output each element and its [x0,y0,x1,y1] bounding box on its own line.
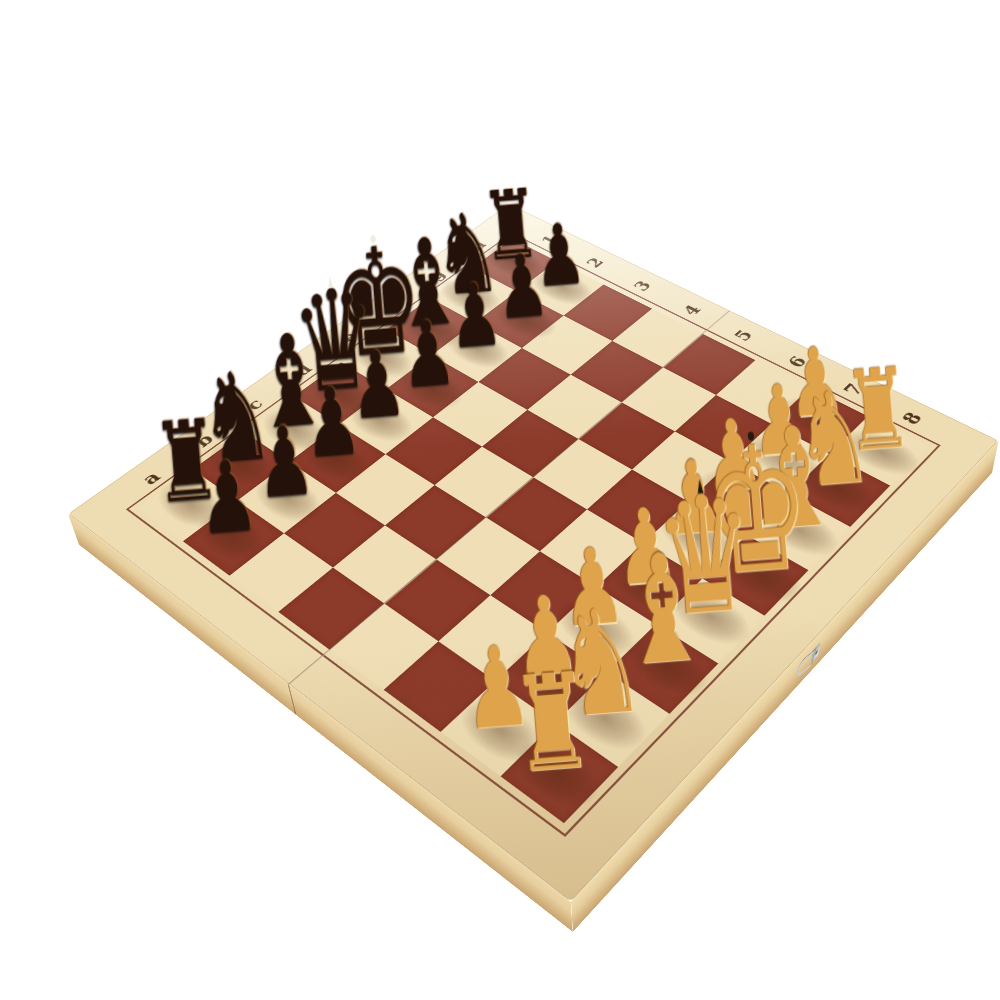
square-b4 [333,525,436,603]
camera-roll: 12345678abcdefgh ♜♟♟♜♞♟♟♞♝♟♟♝♚♟♟♚♛♟♟♛♝♟♟… [0,0,1000,1000]
perspective-scene: 12345678abcdefgh ♜♟♟♜♞♟♟♞♝♟♟♝♚♟♟♚♛♟♟♛♝♟♟… [0,0,1000,1000]
king-ball-finial [370,235,376,243]
chess-set-photo: 12345678abcdefgh ♜♟♟♜♞♟♟♞♝♟♟♝♚♟♟♚♛♟♟♛♝♟♟… [0,0,1000,1000]
board-surface: 12345678abcdefgh [68,204,999,902]
square-a4 [278,568,384,650]
rank-label-5: 5 [729,327,755,343]
queen-tip-finial [696,478,704,493]
queen-tip-finial [327,275,334,288]
square-a5 [330,604,439,690]
king-ball-finial [747,431,754,440]
square-b3 [284,493,385,568]
rank-label-4: 4 [678,302,703,317]
chess-board: 12345678abcdefgh ♜♟♟♜♞♟♟♞♝♟♟♝♚♟♟♚♛♟♟♛♝♟♟… [68,204,999,902]
square-a3 [230,533,333,612]
square-c4 [385,485,486,559]
rank-label-3: 3 [629,278,654,293]
